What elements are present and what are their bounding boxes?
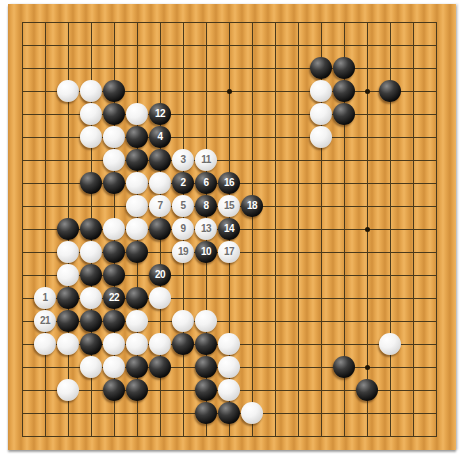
black-stone[interactable] — [356, 379, 378, 401]
black-stone[interactable] — [103, 310, 125, 332]
black-stone[interactable] — [195, 402, 217, 424]
black-stone[interactable]: 8 — [195, 195, 217, 217]
white-stone[interactable] — [172, 310, 194, 332]
white-stone[interactable] — [57, 241, 79, 263]
move-number: 14 — [224, 224, 234, 234]
move-number: 20 — [155, 270, 165, 280]
black-stone[interactable] — [218, 402, 240, 424]
black-stone[interactable] — [103, 172, 125, 194]
white-stone[interactable]: 17 — [218, 241, 240, 263]
white-stone[interactable] — [379, 333, 401, 355]
black-stone[interactable]: 18 — [241, 195, 263, 217]
black-stone[interactable] — [195, 356, 217, 378]
white-stone[interactable] — [80, 126, 102, 148]
white-stone[interactable] — [126, 218, 148, 240]
white-stone[interactable] — [80, 287, 102, 309]
star-point — [365, 89, 370, 94]
black-stone[interactable] — [80, 264, 102, 286]
move-number: 12 — [155, 109, 165, 119]
black-stone[interactable] — [80, 333, 102, 355]
grid-vline — [298, 22, 299, 437]
move-number: 2 — [180, 178, 185, 188]
black-stone[interactable]: 12 — [149, 103, 171, 125]
white-stone[interactable]: 1 — [34, 287, 56, 309]
black-stone[interactable] — [149, 218, 171, 240]
black-stone[interactable] — [80, 218, 102, 240]
white-stone[interactable] — [103, 149, 125, 171]
black-stone[interactable] — [310, 57, 332, 79]
move-number: 8 — [203, 201, 208, 211]
black-stone[interactable] — [126, 356, 148, 378]
move-number: 11 — [201, 155, 211, 165]
move-number: 10 — [201, 247, 211, 257]
move-number: 21 — [40, 316, 50, 326]
black-stone[interactable]: 20 — [149, 264, 171, 286]
black-stone[interactable] — [57, 287, 79, 309]
white-stone[interactable] — [310, 126, 332, 148]
white-stone[interactable] — [126, 195, 148, 217]
black-stone[interactable] — [195, 333, 217, 355]
black-stone[interactable] — [333, 356, 355, 378]
black-stone[interactable]: 2 — [172, 172, 194, 194]
black-stone[interactable] — [57, 218, 79, 240]
white-stone[interactable] — [80, 356, 102, 378]
white-stone[interactable]: 9 — [172, 218, 194, 240]
black-stone[interactable] — [103, 80, 125, 102]
black-stone[interactable] — [149, 149, 171, 171]
black-stone[interactable]: 6 — [195, 172, 217, 194]
white-stone[interactable] — [218, 333, 240, 355]
white-stone[interactable] — [103, 126, 125, 148]
black-stone[interactable] — [103, 103, 125, 125]
white-stone[interactable] — [57, 333, 79, 355]
black-stone[interactable] — [149, 356, 171, 378]
grid-vline — [413, 22, 414, 437]
grid-hline — [22, 436, 437, 437]
white-stone[interactable] — [80, 103, 102, 125]
white-stone[interactable] — [103, 218, 125, 240]
black-stone[interactable] — [126, 379, 148, 401]
move-number: 6 — [203, 178, 208, 188]
white-stone[interactable]: 13 — [195, 218, 217, 240]
move-number: 13 — [201, 224, 211, 234]
move-number: 18 — [247, 201, 257, 211]
black-stone[interactable] — [195, 379, 217, 401]
move-number: 17 — [224, 247, 234, 257]
white-stone[interactable] — [57, 379, 79, 401]
star-point — [365, 227, 370, 232]
white-stone[interactable] — [149, 287, 171, 309]
black-stone[interactable] — [126, 149, 148, 171]
move-number: 7 — [157, 201, 162, 211]
white-stone[interactable] — [218, 379, 240, 401]
white-stone[interactable] — [57, 80, 79, 102]
white-stone[interactable] — [57, 264, 79, 286]
black-stone[interactable]: 14 — [218, 218, 240, 240]
white-stone[interactable]: 19 — [172, 241, 194, 263]
white-stone[interactable]: 11 — [195, 149, 217, 171]
black-stone[interactable] — [333, 57, 355, 79]
move-number: 9 — [180, 224, 185, 234]
white-stone[interactable]: 5 — [172, 195, 194, 217]
white-stone[interactable] — [126, 310, 148, 332]
white-stone[interactable]: 21 — [34, 310, 56, 332]
black-stone[interactable]: 10 — [195, 241, 217, 263]
white-stone[interactable]: 7 — [149, 195, 171, 217]
black-stone[interactable] — [126, 241, 148, 263]
black-stone[interactable]: 22 — [103, 287, 125, 309]
grid-vline — [252, 22, 253, 437]
black-stone[interactable] — [80, 172, 102, 194]
white-stone[interactable] — [80, 80, 102, 102]
move-number: 19 — [178, 247, 188, 257]
black-stone[interactable] — [333, 80, 355, 102]
black-stone[interactable] — [57, 310, 79, 332]
move-number: 1 — [42, 293, 47, 303]
move-number: 3 — [180, 155, 185, 165]
white-stone[interactable]: 15 — [218, 195, 240, 217]
star-point — [365, 365, 370, 370]
white-stone[interactable] — [149, 172, 171, 194]
white-stone[interactable] — [149, 333, 171, 355]
white-stone[interactable]: 3 — [172, 149, 194, 171]
black-stone[interactable] — [126, 287, 148, 309]
black-stone[interactable] — [103, 264, 125, 286]
move-number: 15 — [224, 201, 234, 211]
black-stone[interactable] — [126, 126, 148, 148]
star-point — [227, 89, 232, 94]
move-number: 4 — [157, 132, 162, 142]
black-stone[interactable] — [80, 310, 102, 332]
move-number: 5 — [180, 201, 185, 211]
go-diagram: 12431126167581518913141910172012221 — [0, 0, 464, 464]
white-stone[interactable] — [34, 333, 56, 355]
white-stone[interactable] — [103, 333, 125, 355]
white-stone[interactable] — [310, 103, 332, 125]
black-stone[interactable] — [333, 103, 355, 125]
black-stone[interactable] — [379, 80, 401, 102]
white-stone[interactable] — [126, 103, 148, 125]
move-number: 22 — [109, 293, 119, 303]
black-stone[interactable] — [103, 379, 125, 401]
grid-vline — [436, 22, 437, 437]
white-stone[interactable] — [195, 310, 217, 332]
grid-vline — [275, 22, 276, 437]
move-number: 16 — [224, 178, 234, 188]
black-stone[interactable] — [172, 333, 194, 355]
white-stone[interactable] — [103, 356, 125, 378]
white-stone[interactable] — [241, 402, 263, 424]
white-stone[interactable] — [126, 172, 148, 194]
black-stone[interactable]: 16 — [218, 172, 240, 194]
black-stone[interactable] — [103, 241, 125, 263]
white-stone[interactable] — [126, 333, 148, 355]
white-stone[interactable] — [218, 356, 240, 378]
black-stone[interactable]: 4 — [149, 126, 171, 148]
white-stone[interactable] — [80, 241, 102, 263]
white-stone[interactable] — [310, 80, 332, 102]
